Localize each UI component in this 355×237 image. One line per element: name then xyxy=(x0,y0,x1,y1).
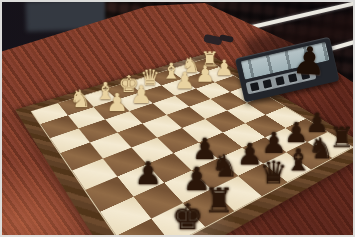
chess-piece-black-king[interactable]: ♚ xyxy=(172,199,204,235)
chess-piece-black-queen[interactable]: ♛ xyxy=(260,157,288,189)
chess-piece-black-pawn[interactable]: ♟ xyxy=(261,129,287,158)
chess-piece-white-pawn[interactable]: ♟ xyxy=(195,63,215,85)
chess-piece-white-pawn[interactable]: ♟ xyxy=(174,69,194,92)
chess-piece-black-bishop[interactable]: ♝ xyxy=(285,145,312,175)
clock-button[interactable] xyxy=(263,79,273,89)
chess-piece-black-rook[interactable]: ♜ xyxy=(204,184,235,218)
chess-piece-black-knight[interactable]: ♞ xyxy=(211,151,239,182)
clock-button[interactable] xyxy=(250,82,260,92)
captured-black-piece[interactable]: ♟ xyxy=(291,41,328,81)
chess-piece-white-knight[interactable]: ♞ xyxy=(69,86,91,110)
chess-piece-white-pawn[interactable]: ♟ xyxy=(130,83,152,107)
tournament-chess-photo: ♞♝♚♛♝♞♜♟♟♟♟♟♟♟♟♞♟♟♟♟♚♜♛♝♞♜ ♟ xyxy=(0,0,355,237)
chess-piece-white-pawn[interactable]: ♟ xyxy=(106,90,128,115)
clock-button[interactable] xyxy=(275,76,285,86)
chess-piece-black-pawn[interactable]: ♟ xyxy=(134,157,162,189)
chess-piece-white-pawn[interactable]: ♟ xyxy=(214,57,233,78)
